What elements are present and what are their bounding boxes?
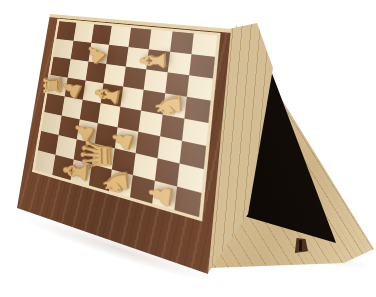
board-square bbox=[149, 30, 172, 52]
board-square bbox=[146, 49, 170, 72]
board-square bbox=[170, 31, 194, 54]
product-photo-chess-set: ♟♝♜♟♝♞♟♟♛♝♞♟ bbox=[0, 0, 376, 297]
hinge-pin bbox=[299, 240, 302, 251]
board-square bbox=[130, 175, 155, 204]
board-square bbox=[192, 33, 217, 56]
board-square bbox=[175, 187, 202, 217]
board-square bbox=[167, 52, 192, 76]
board-square bbox=[152, 181, 178, 210]
board-square bbox=[126, 47, 149, 69]
board-square bbox=[128, 28, 151, 50]
board-square bbox=[109, 170, 133, 198]
board-squares bbox=[35, 21, 217, 217]
